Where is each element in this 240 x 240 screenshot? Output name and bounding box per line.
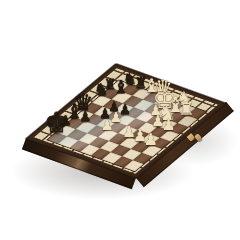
- chess-set-photo: ♞♜♝♛♞♜♝♚♝♜♞♟♞♟♟♟♟♛♟♟♝♟♟♟♟♟♟♚: [0, 0, 240, 240]
